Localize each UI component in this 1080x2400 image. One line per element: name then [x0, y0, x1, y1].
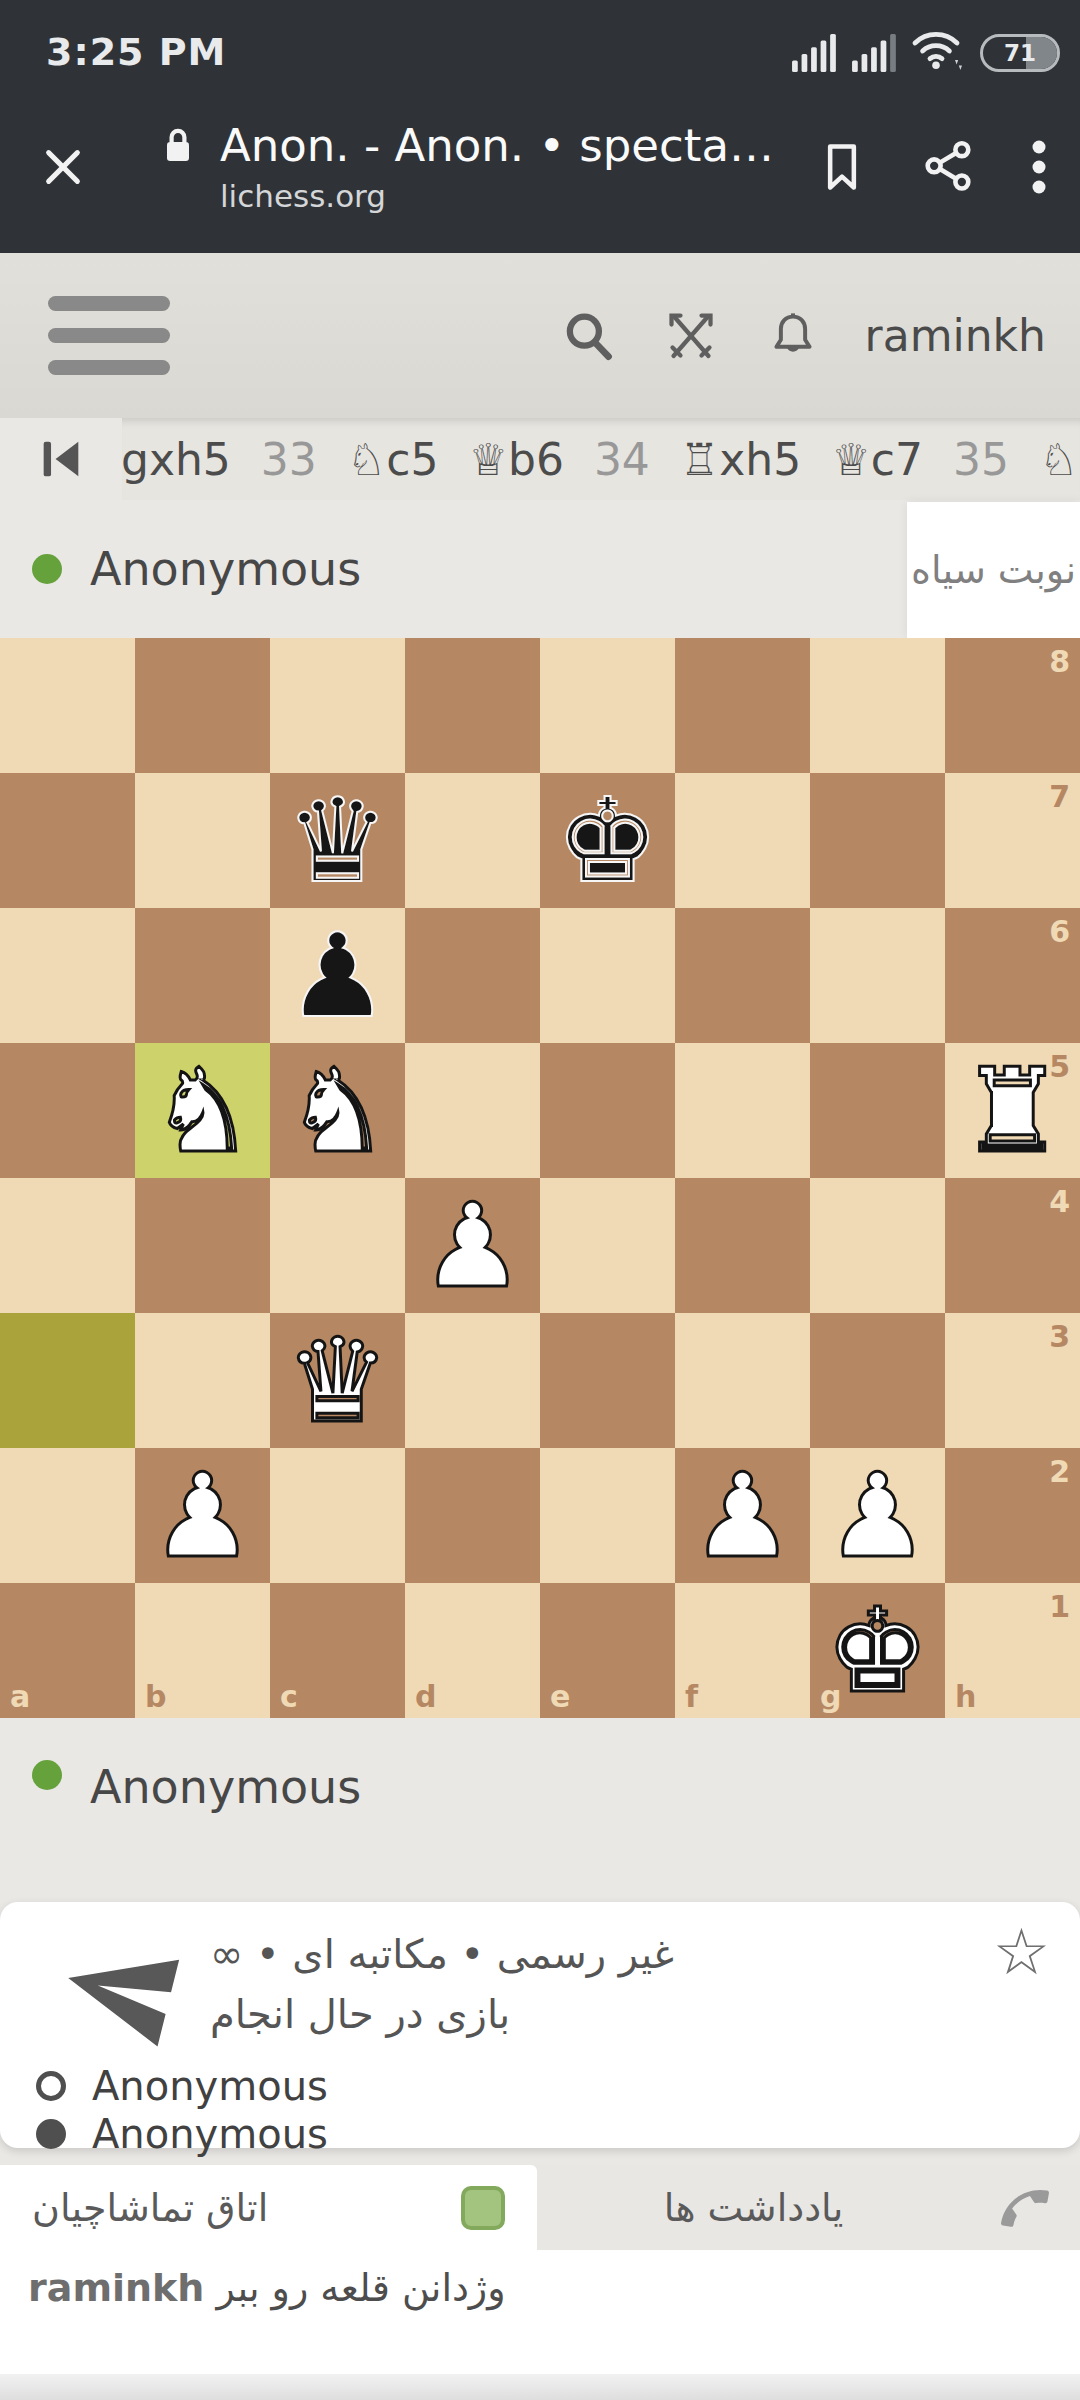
white-player-name: Anonymous: [92, 2063, 328, 2109]
file-label-c: c: [280, 1679, 298, 1714]
chat-username[interactable]: raminkh: [28, 2266, 204, 2310]
black-player-row[interactable]: Anonymous: [36, 2110, 1050, 2158]
square-f4[interactable]: [675, 1178, 810, 1313]
square-e3[interactable]: [540, 1313, 675, 1448]
screen: 3:25 PM 71: [0, 0, 1080, 2400]
chat-message: وژدانن قلعه رو ببر: [216, 2266, 505, 2310]
site-header: raminkh: [0, 253, 1080, 418]
square-f1[interactable]: f: [675, 1583, 810, 1718]
square-f5[interactable]: [675, 1043, 810, 1178]
rank-label-6: 6: [1049, 914, 1070, 949]
first-move-button[interactable]: [0, 418, 122, 500]
move-list-bar: gxh533♘c5♕b634♖xh5♕c735♘a3♔e736♘xb5: [0, 418, 1080, 500]
player-name-bottom[interactable]: Anonymous: [90, 1760, 361, 1814]
rank-label-4: 4: [1049, 1184, 1070, 1219]
signal-icon-2: [850, 32, 896, 72]
game-status-line: بازی در حال انجام: [210, 1984, 1050, 2044]
close-icon[interactable]: [40, 144, 104, 190]
square-b5[interactable]: ♞: [135, 1043, 270, 1178]
rank-label-7: 7: [1049, 779, 1070, 814]
piece-white-pawn-d4[interactable]: ♟: [405, 1178, 540, 1313]
square-a8[interactable]: [0, 638, 135, 773]
square-e7[interactable]: ♚: [540, 773, 675, 908]
chat-tabs: اتاق تماشاچیان یادداشت ها: [0, 2165, 1080, 2250]
browser-toolbar: Anon. - Anon. • specta… lichess.org: [0, 80, 1080, 253]
square-d1[interactable]: d: [405, 1583, 540, 1718]
white-color-icon: [36, 2071, 66, 2101]
file-label-b: b: [145, 1679, 166, 1714]
square-g4[interactable]: [810, 1178, 945, 1313]
bell-icon[interactable]: [765, 306, 821, 366]
logged-in-username[interactable]: raminkh: [865, 310, 1046, 361]
square-f8[interactable]: [675, 638, 810, 773]
square-h5[interactable]: 5♜: [945, 1043, 1080, 1178]
square-g8[interactable]: [810, 638, 945, 773]
square-f7[interactable]: [675, 773, 810, 908]
spectator-tab-label: اتاق تماشاچیان: [32, 2186, 268, 2230]
rank-label-3: 3: [1049, 1319, 1070, 1354]
page-title-block[interactable]: Anon. - Anon. • specta… lichess.org: [154, 119, 796, 214]
file-label-d: d: [415, 1679, 436, 1714]
rank-label-8: 8: [1049, 644, 1070, 679]
player-row-bottom: Anonymous: [0, 1718, 1080, 1902]
piece-white-king-g1[interactable]: ♚: [810, 1583, 945, 1718]
square-d6[interactable]: [405, 908, 540, 1043]
move-number: 35: [938, 434, 1024, 485]
square-g1[interactable]: g♚: [810, 1583, 945, 1718]
piece-white-pawn-g2[interactable]: ♟: [810, 1448, 945, 1583]
chess-board: 8♛♚7♟6♞♞5♜♟4♛3♟♟♟2abcdefg♚1h: [0, 638, 1080, 1718]
notes-tab-label: یادداشت ها: [664, 2186, 843, 2230]
game-meta: غیر رسمی • مکاتبه ای • ∞ بازی در حال انج…: [210, 1922, 1050, 2044]
status-bar: 3:25 PM 71: [0, 0, 1080, 80]
square-h3[interactable]: 3: [945, 1313, 1080, 1448]
square-c3[interactable]: ♛: [270, 1313, 405, 1448]
square-g3[interactable]: [810, 1313, 945, 1448]
share-icon[interactable]: [920, 137, 976, 197]
file-label-f: f: [685, 1679, 698, 1714]
below-board: Anonymous غیر رسمی • مکاتبه ای • ∞ بازی …: [0, 1718, 1080, 2400]
square-c5[interactable]: ♞: [270, 1043, 405, 1178]
rank-label-2: 2: [1049, 1454, 1070, 1489]
white-player-row[interactable]: Anonymous: [36, 2062, 1050, 2110]
turn-text: نوبت سیاه: [911, 548, 1076, 592]
square-e6[interactable]: [540, 908, 675, 1043]
search-icon[interactable]: [559, 307, 617, 365]
move-♖xh5[interactable]: ♖xh5: [665, 434, 816, 485]
menu-icon[interactable]: [48, 296, 170, 375]
square-c7[interactable]: ♛: [270, 773, 405, 908]
square-b1[interactable]: b: [135, 1583, 270, 1718]
square-c6[interactable]: ♟: [270, 908, 405, 1043]
square-e8[interactable]: [540, 638, 675, 773]
chat-area[interactable]: raminkh وژدانن قلعه رو ببر: [0, 2250, 1080, 2374]
move-♕c7[interactable]: ♕c7: [816, 434, 938, 485]
tab-notes[interactable]: یادداشت ها: [537, 2165, 970, 2250]
square-h4[interactable]: 4: [945, 1178, 1080, 1313]
phone-icon[interactable]: [970, 2165, 1080, 2250]
square-g6[interactable]: [810, 908, 945, 1043]
square-b4[interactable]: [135, 1178, 270, 1313]
square-g7[interactable]: [810, 773, 945, 908]
piece-black-king-e7[interactable]: ♚: [540, 773, 675, 908]
crossed-swords-icon[interactable]: [661, 306, 721, 366]
square-b6[interactable]: [135, 908, 270, 1043]
square-a3[interactable]: [0, 1313, 135, 1448]
square-d2[interactable]: [405, 1448, 540, 1583]
online-dot: [32, 1760, 62, 1790]
square-a1[interactable]: a: [0, 1583, 135, 1718]
piece-white-queen-c3[interactable]: ♛: [270, 1313, 405, 1448]
move-list: gxh533♘c5♕b634♖xh5♕c735♘a3♔e736♘xb5: [122, 418, 1080, 500]
file-label-a: a: [10, 1679, 30, 1714]
battery-icon: 71: [980, 34, 1060, 72]
file-label-h: h: [955, 1679, 976, 1714]
game-type-line: غیر رسمی • مکاتبه ای • ∞: [210, 1924, 1050, 1984]
player-row-top: Anonymous نوبت سیاه: [0, 500, 1080, 638]
android-top: 3:25 PM 71: [0, 0, 1080, 253]
square-a5[interactable]: [0, 1043, 135, 1178]
square-b2[interactable]: ♟: [135, 1448, 270, 1583]
status-icons: 71: [790, 28, 1060, 74]
piece-black-pawn-c6[interactable]: ♟: [270, 908, 405, 1043]
chat-message-line: raminkh وژدانن قلعه رو ببر: [28, 2266, 1052, 2310]
piece-white-knight-b5[interactable]: ♞: [135, 1043, 270, 1178]
square-d5[interactable]: [405, 1043, 540, 1178]
square-e5[interactable]: [540, 1043, 675, 1178]
square-a2[interactable]: [0, 1448, 135, 1583]
square-c1[interactable]: c: [270, 1583, 405, 1718]
square-h8[interactable]: 8: [945, 638, 1080, 773]
signal-icon-1: [790, 32, 836, 72]
favorite-star-icon[interactable]: ☆: [993, 1920, 1050, 1984]
tab-spectator-room[interactable]: اتاق تماشاچیان: [0, 2165, 537, 2250]
lock-icon: [154, 122, 202, 170]
square-a6[interactable]: [0, 908, 135, 1043]
piece-white-pawn-b2[interactable]: ♟: [135, 1448, 270, 1583]
player-name-top[interactable]: Anonymous: [90, 542, 361, 596]
move-♕b6[interactable]: ♕b6: [454, 434, 579, 485]
black-player-name: Anonymous: [92, 2111, 328, 2157]
online-dot: [32, 554, 62, 584]
square-h2[interactable]: 2: [945, 1448, 1080, 1583]
game-info-card: غیر رسمی • مکاتبه ای • ∞ بازی در حال انج…: [0, 1902, 1080, 2148]
square-h7[interactable]: 7: [945, 773, 1080, 908]
correspondence-plane-icon: [30, 1922, 210, 2052]
bottom-strip: [0, 2374, 1080, 2400]
square-e4[interactable]: [540, 1178, 675, 1313]
bookmark-icon[interactable]: [816, 139, 868, 195]
square-c2[interactable]: [270, 1448, 405, 1583]
turn-indicator: نوبت سیاه: [907, 502, 1080, 638]
chat-toggle[interactable]: [461, 2186, 505, 2230]
square-f6[interactable]: [675, 908, 810, 1043]
clock: 3:25 PM: [46, 30, 226, 74]
square-f3[interactable]: [675, 1313, 810, 1448]
square-b8[interactable]: [135, 638, 270, 773]
battery-percent: 71: [1004, 40, 1036, 66]
move-♘c5[interactable]: ♘c5: [332, 434, 454, 485]
rank-label-1: 1: [1049, 1589, 1070, 1624]
piece-black-queen-c7[interactable]: ♛: [270, 773, 405, 908]
square-g5[interactable]: [810, 1043, 945, 1178]
move-number: 33: [246, 434, 332, 485]
square-d4[interactable]: ♟: [405, 1178, 540, 1313]
square-d3[interactable]: [405, 1313, 540, 1448]
move-♘a3[interactable]: ♘a3: [1024, 434, 1080, 485]
square-c8[interactable]: [270, 638, 405, 773]
square-a4[interactable]: [0, 1178, 135, 1313]
square-b7[interactable]: [135, 773, 270, 908]
square-h1[interactable]: 1h: [945, 1583, 1080, 1718]
square-d7[interactable]: [405, 773, 540, 908]
move-gxh5[interactable]: gxh5: [122, 434, 246, 485]
square-d8[interactable]: [405, 638, 540, 773]
tab-title: Anon. - Anon. • specta…: [220, 119, 774, 172]
piece-white-knight-c5[interactable]: ♞: [270, 1043, 405, 1178]
page-url: lichess.org: [220, 178, 796, 214]
square-g2[interactable]: ♟: [810, 1448, 945, 1583]
square-f2[interactable]: ♟: [675, 1448, 810, 1583]
move-number: 34: [579, 434, 665, 485]
square-e1[interactable]: e: [540, 1583, 675, 1718]
piece-white-rook-h5[interactable]: ♜: [945, 1043, 1080, 1178]
wifi-icon: [910, 28, 966, 72]
square-c4[interactable]: [270, 1178, 405, 1313]
square-a7[interactable]: [0, 773, 135, 908]
piece-white-pawn-f2[interactable]: ♟: [675, 1448, 810, 1583]
square-b3[interactable]: [135, 1313, 270, 1448]
square-h6[interactable]: 6: [945, 908, 1080, 1043]
black-color-icon: [36, 2119, 66, 2149]
file-label-e: e: [550, 1679, 570, 1714]
overflow-menu-icon[interactable]: [1028, 137, 1050, 197]
square-e2[interactable]: [540, 1448, 675, 1583]
